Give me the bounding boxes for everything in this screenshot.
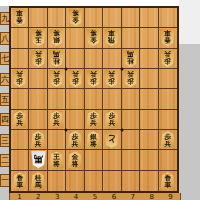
square-1九[interactable]: 香車 bbox=[11, 8, 29, 28]
square-6六[interactable]: 歩兵 bbox=[103, 69, 121, 89]
piece-kanji: 王将 bbox=[53, 153, 61, 167]
piece-kanji: 飛車 bbox=[108, 31, 116, 45]
piece-gold-gote[interactable]: 金将 bbox=[68, 151, 83, 168]
rank-label-3: 三 bbox=[0, 134, 9, 147]
rank-label-9: 九 bbox=[0, 12, 9, 25]
piece-lance-sente[interactable]: 香車 bbox=[160, 29, 175, 46]
square-2五[interactable] bbox=[29, 89, 47, 109]
right-margin bbox=[179, 0, 200, 44]
piece-kanji: 香車 bbox=[16, 11, 24, 25]
piece-gold-sente[interactable]: 金将 bbox=[68, 9, 83, 26]
piece-kanji: 歩兵 bbox=[164, 133, 172, 147]
piece-kanji: 香車 bbox=[164, 31, 172, 45]
square-1五[interactable] bbox=[11, 89, 29, 109]
piece-silver-gote[interactable]: 銀将 bbox=[86, 131, 101, 148]
shogi-board: 香車金将玉将銀将金将飛車香車歩兵桂馬桂馬歩兵歩兵歩兵歩兵歩兵歩兵歩兵歩兵歩兵歩兵… bbox=[9, 6, 179, 193]
piece-kanji: 歩兵 bbox=[126, 72, 134, 86]
square-8一[interactable] bbox=[140, 171, 158, 191]
square-3九[interactable] bbox=[48, 8, 66, 28]
square-3八[interactable]: 銀将 bbox=[48, 28, 66, 48]
piece-pawn-sente[interactable]: 歩兵 bbox=[160, 50, 175, 67]
square-7一[interactable] bbox=[122, 171, 140, 191]
square-7八[interactable] bbox=[122, 28, 140, 48]
rank-label-8: 八 bbox=[0, 32, 9, 45]
piece-pawn-sente[interactable]: 歩兵 bbox=[86, 70, 101, 87]
piece-pawn-gote[interactable]: 歩兵 bbox=[68, 131, 83, 148]
square-7七[interactable]: 桂馬 bbox=[122, 49, 140, 69]
square-4三[interactable]: 歩兵 bbox=[66, 130, 84, 150]
piece-kanji: 歩兵 bbox=[89, 72, 97, 86]
square-1四[interactable]: 歩兵 bbox=[11, 110, 29, 130]
square-9六[interactable] bbox=[159, 69, 177, 89]
hoshi-dot bbox=[65, 129, 68, 132]
piece-kanji: 歩兵 bbox=[53, 112, 61, 126]
file-label-3: 3 bbox=[48, 193, 67, 200]
piece-pawn-gote[interactable]: 歩兵 bbox=[86, 111, 101, 128]
square-7三[interactable] bbox=[122, 130, 140, 150]
piece-kanji: 歩兵 bbox=[53, 72, 61, 86]
file-label-2: 2 bbox=[29, 193, 48, 200]
square-8二[interactable] bbox=[140, 150, 158, 170]
square-3二[interactable]: 王将 bbox=[48, 150, 66, 170]
square-6一[interactable] bbox=[103, 171, 121, 191]
square-2七[interactable]: 歩兵 bbox=[29, 49, 47, 69]
square-4四[interactable] bbox=[66, 110, 84, 130]
square-8六[interactable] bbox=[140, 69, 158, 89]
square-5二[interactable] bbox=[85, 150, 103, 170]
square-9三[interactable]: 歩兵 bbox=[159, 130, 177, 150]
piece-kanji: 金将 bbox=[89, 31, 97, 45]
square-6二[interactable] bbox=[103, 150, 121, 170]
piece-kanji: 歩兵 bbox=[108, 72, 116, 86]
piece-kanji: 歩兵 bbox=[89, 112, 97, 126]
piece-pawn-gote[interactable]: 歩兵 bbox=[49, 111, 64, 128]
square-9一[interactable]: 香車 bbox=[159, 171, 177, 191]
square-7四[interactable] bbox=[122, 110, 140, 130]
rank-label-4: 四 bbox=[0, 113, 9, 126]
piece-kanji: 銀将 bbox=[89, 133, 97, 147]
piece-king-sente[interactable]: 玉将 bbox=[31, 29, 46, 46]
square-7九[interactable] bbox=[122, 8, 140, 28]
square-3六[interactable]: 歩兵 bbox=[48, 69, 66, 89]
square-4五[interactable] bbox=[66, 89, 84, 109]
hoshi-dot bbox=[65, 68, 68, 71]
square-4九[interactable]: 金将 bbox=[66, 8, 84, 28]
piece-pawn-sente[interactable]: 歩兵 bbox=[12, 70, 27, 87]
square-2八[interactable]: 玉将 bbox=[29, 28, 47, 48]
square-7二[interactable] bbox=[122, 150, 140, 170]
piece-kanji: と bbox=[106, 135, 118, 145]
file-label-9: 9 bbox=[161, 193, 180, 200]
square-8五[interactable] bbox=[140, 89, 158, 109]
square-5五[interactable] bbox=[85, 89, 103, 109]
piece-kanji: 桂馬 bbox=[126, 51, 134, 65]
file-labels: 123456789 bbox=[9, 193, 181, 200]
piece-lance-sente[interactable]: 香車 bbox=[12, 9, 27, 26]
piece-knight-sente[interactable]: 桂馬 bbox=[49, 50, 64, 67]
piece-kanji: 歩兵 bbox=[16, 72, 24, 86]
square-2六[interactable] bbox=[29, 69, 47, 89]
square-5八[interactable]: 金将 bbox=[85, 28, 103, 48]
square-7五[interactable] bbox=[122, 89, 140, 109]
piece-silver-sente[interactable]: 銀将 bbox=[49, 29, 64, 46]
piece-kanji: 桂馬 bbox=[34, 174, 42, 188]
piece-kanji: 香車 bbox=[164, 174, 172, 188]
piece-pawn-gote[interactable]: 歩兵 bbox=[160, 131, 175, 148]
square-2四[interactable] bbox=[29, 110, 47, 130]
piece-kanji: 金将 bbox=[71, 11, 79, 25]
rank-label-5: 五 bbox=[0, 93, 9, 106]
square-3一[interactable] bbox=[48, 171, 66, 191]
piece-pawn-sente[interactable]: 歩兵 bbox=[123, 70, 138, 87]
shogi-board-wrap: 香車金将玉将銀将金将飛車香車歩兵桂馬桂馬歩兵歩兵歩兵歩兵歩兵歩兵歩兵歩兵歩兵歩兵… bbox=[9, 6, 179, 193]
file-label-8: 8 bbox=[142, 193, 161, 200]
piece-kanji: 香車 bbox=[16, 174, 24, 188]
piece-kanji: 銀将 bbox=[53, 31, 61, 45]
square-6七[interactable] bbox=[103, 49, 121, 69]
square-5四[interactable]: 歩兵 bbox=[85, 110, 103, 130]
square-1二[interactable] bbox=[11, 150, 29, 170]
square-2二[interactable]: 馬 bbox=[29, 150, 47, 170]
square-1三[interactable] bbox=[11, 130, 29, 150]
square-6九[interactable] bbox=[103, 8, 121, 28]
piece-kanji: 歩兵 bbox=[34, 133, 42, 147]
piece-pawn-sente[interactable]: 歩兵 bbox=[49, 70, 64, 87]
square-4一[interactable] bbox=[66, 171, 84, 191]
square-9七[interactable]: 歩兵 bbox=[159, 49, 177, 69]
square-9二[interactable] bbox=[159, 150, 177, 170]
square-9四[interactable] bbox=[159, 110, 177, 130]
file-label-4: 4 bbox=[67, 193, 86, 200]
piece-rook-sente[interactable]: 飛車 bbox=[104, 29, 119, 46]
square-5九[interactable] bbox=[85, 8, 103, 28]
square-8四[interactable] bbox=[140, 110, 158, 130]
piece-pawn-gote[interactable]: 歩兵 bbox=[12, 111, 27, 128]
piece-pawn-sente[interactable]: 歩兵 bbox=[68, 70, 83, 87]
piece-kanji: 桂馬 bbox=[53, 51, 61, 65]
square-2一[interactable]: 桂馬 bbox=[29, 171, 47, 191]
rank-label-2: 二 bbox=[0, 154, 9, 167]
piece-knight-gote[interactable]: 桂馬 bbox=[31, 172, 46, 189]
square-1七[interactable] bbox=[11, 49, 29, 69]
square-1八[interactable] bbox=[11, 28, 29, 48]
square-3三[interactable] bbox=[48, 130, 66, 150]
square-2三[interactable]: 歩兵 bbox=[29, 130, 47, 150]
piece-knight-sente[interactable]: 桂馬 bbox=[123, 50, 138, 67]
piece-tokin-sente[interactable]: と bbox=[104, 131, 119, 148]
piece-kanji: 歩兵 bbox=[108, 112, 116, 126]
board-grid: 香車金将玉将銀将金将飛車香車歩兵桂馬桂馬歩兵歩兵歩兵歩兵歩兵歩兵歩兵歩兵歩兵歩兵… bbox=[11, 8, 177, 191]
square-8九[interactable] bbox=[140, 8, 158, 28]
square-6三[interactable]: と bbox=[103, 130, 121, 150]
square-5六[interactable]: 歩兵 bbox=[85, 69, 103, 89]
file-label-6: 6 bbox=[104, 193, 123, 200]
square-5七[interactable] bbox=[85, 49, 103, 69]
piece-kanji: 歩兵 bbox=[71, 133, 79, 147]
file-label-5: 5 bbox=[86, 193, 105, 200]
square-6四[interactable]: 歩兵 bbox=[103, 110, 121, 130]
square-1六[interactable]: 歩兵 bbox=[11, 69, 29, 89]
piece-kanji: 金将 bbox=[71, 153, 79, 167]
square-6八[interactable]: 飛車 bbox=[103, 28, 121, 48]
file-label-7: 7 bbox=[123, 193, 142, 200]
piece-kanji: 歩兵 bbox=[164, 51, 172, 65]
square-9九[interactable] bbox=[159, 8, 177, 28]
square-2九[interactable] bbox=[29, 8, 47, 28]
square-8三[interactable] bbox=[140, 130, 158, 150]
piece-lance-gote[interactable]: 香車 bbox=[12, 172, 27, 189]
hoshi-dot bbox=[120, 129, 123, 132]
square-3七[interactable]: 桂馬 bbox=[48, 49, 66, 69]
piece-pawn-sente[interactable]: 歩兵 bbox=[31, 50, 46, 67]
rank-label-6: 六 bbox=[0, 73, 9, 86]
square-1一[interactable]: 香車 bbox=[11, 171, 29, 191]
square-4六[interactable]: 歩兵 bbox=[66, 69, 84, 89]
piece-king-gote[interactable]: 王将 bbox=[49, 151, 64, 168]
square-7六[interactable]: 歩兵 bbox=[122, 69, 140, 89]
square-9五[interactable] bbox=[159, 89, 177, 109]
square-5三[interactable]: 銀将 bbox=[85, 130, 103, 150]
square-8七[interactable] bbox=[140, 49, 158, 69]
rank-label-1: 一 bbox=[0, 174, 9, 187]
piece-pawn-gote[interactable]: 歩兵 bbox=[104, 111, 119, 128]
piece-kanji: 玉将 bbox=[34, 31, 42, 45]
file-label-1: 1 bbox=[10, 193, 29, 200]
piece-pawn-gote[interactable]: 歩兵 bbox=[31, 131, 46, 148]
page: { "game": "shogi", "app": {"view": "boar… bbox=[0, 0, 200, 200]
square-3五[interactable] bbox=[48, 89, 66, 109]
piece-gold-sente[interactable]: 金将 bbox=[86, 29, 101, 46]
hoshi-dot bbox=[120, 68, 123, 71]
square-3四[interactable]: 歩兵 bbox=[48, 110, 66, 130]
square-5一[interactable] bbox=[85, 171, 103, 191]
piece-lance-gote[interactable]: 香車 bbox=[160, 172, 175, 189]
piece-kanji: 馬 bbox=[32, 155, 44, 165]
square-6五[interactable] bbox=[103, 89, 121, 109]
piece-kanji: 歩兵 bbox=[71, 72, 79, 86]
square-4八[interactable] bbox=[66, 28, 84, 48]
square-4七[interactable] bbox=[66, 49, 84, 69]
square-4二[interactable]: 金将 bbox=[66, 150, 84, 170]
piece-kanji: 歩兵 bbox=[34, 51, 42, 65]
square-8八[interactable] bbox=[140, 28, 158, 48]
piece-kanji: 歩兵 bbox=[16, 112, 24, 126]
rank-label-7: 七 bbox=[0, 52, 9, 65]
square-9八[interactable]: 香車 bbox=[159, 28, 177, 48]
piece-promoted-bishop-sente[interactable]: 馬 bbox=[31, 151, 46, 168]
piece-pawn-sente[interactable]: 歩兵 bbox=[104, 70, 119, 87]
